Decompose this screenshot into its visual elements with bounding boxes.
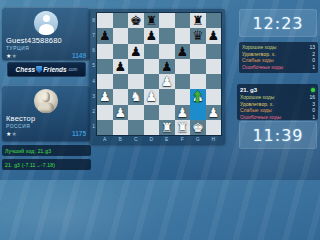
- piece-black-pawn: ♟: [99, 28, 111, 43]
- file-label-a: A: [97, 136, 113, 143]
- piece-white-pawn: ♟: [161, 74, 173, 89]
- piece-black-queen: ♛: [192, 28, 204, 43]
- weak-moves-value: 0: [312, 57, 315, 63]
- square-e8[interactable]: [159, 13, 175, 28]
- square-f3[interactable]: [175, 89, 191, 104]
- eval-text: 21. g3 (-7.11→-7.18): [5, 162, 55, 168]
- square-b8[interactable]: [113, 13, 129, 28]
- square-g1[interactable]: ♚: [190, 120, 206, 135]
- weak-moves-label: Слабые ходы: [240, 107, 272, 113]
- square-f2[interactable]: ♟: [175, 105, 191, 120]
- move-panel: 21. g3 Хорошие ходы 16 Удовлетвор. х. 3 …: [237, 84, 318, 120]
- piece-white-pawn: ♟: [114, 105, 126, 120]
- good-moves-label: Хорошие ходы: [240, 94, 274, 100]
- satisfactory-moves-label: Удовлетвор. х.: [240, 101, 274, 107]
- square-d5[interactable]: [144, 59, 160, 74]
- square-d1[interactable]: [144, 120, 160, 135]
- square-a3[interactable]: ♟: [97, 89, 113, 104]
- top-player-rating: 1149: [72, 52, 86, 59]
- piece-black-rook: ♜: [145, 13, 157, 28]
- square-b4[interactable]: [113, 74, 129, 89]
- piece-white-rook: ♜: [161, 120, 173, 135]
- error-moves-value: 1: [312, 64, 315, 70]
- error-moves-value: 1: [312, 114, 315, 120]
- piece-white-pawn: ♟: [99, 89, 111, 104]
- best-move-panel: Лучший ход: 21.g3: [2, 145, 91, 156]
- square-c6[interactable]: ♟: [128, 44, 144, 59]
- square-c2[interactable]: [128, 105, 144, 120]
- square-e2[interactable]: [159, 105, 175, 120]
- square-c3[interactable]: ♞: [128, 89, 144, 104]
- file-label-g: G: [190, 136, 206, 143]
- square-g7[interactable]: ♛: [190, 28, 206, 43]
- square-a1[interactable]: [97, 120, 113, 135]
- square-c4[interactable]: [128, 74, 144, 89]
- square-d8[interactable]: ♜: [144, 13, 160, 28]
- shield-icon: [36, 66, 42, 73]
- square-h3[interactable]: [206, 89, 222, 104]
- star-icon: ★: [11, 131, 16, 137]
- piece-white-king: ♚: [192, 120, 204, 135]
- square-a2[interactable]: [97, 105, 113, 120]
- top-player-avatar: [34, 11, 58, 35]
- statue-icon: [42, 92, 50, 102]
- square-h4[interactable]: [206, 74, 222, 89]
- square-g2[interactable]: [190, 105, 206, 120]
- piece-black-pawn: ♟: [114, 59, 126, 74]
- square-g8[interactable]: ♜: [190, 13, 206, 28]
- weak-moves-value: 0: [312, 107, 315, 113]
- piece-black-pawn: ♟: [207, 28, 219, 43]
- square-e5[interactable]: ♟: [159, 59, 175, 74]
- square-f8[interactable]: [175, 13, 191, 28]
- chess-friends-logo[interactable]: Chess Friends .com: [7, 62, 86, 77]
- square-b2[interactable]: ♟: [113, 105, 129, 120]
- square-c5[interactable]: [128, 59, 144, 74]
- piece-white-pawn: ♟: [207, 105, 219, 120]
- bottom-player-clock: 11:39: [239, 121, 317, 149]
- piece-white-knight: ♞: [130, 89, 142, 104]
- piece-black-pawn: ♟: [145, 28, 157, 43]
- piece-white-pawn: ♟: [176, 105, 188, 120]
- piece-black-pawn: ♟: [176, 44, 188, 59]
- square-b6[interactable]: [113, 44, 129, 59]
- top-player-country: ТУРЦИЯ: [6, 46, 86, 51]
- top-player-card: Guest43588680 ТУРЦИЯ ★★ 1149: [2, 7, 90, 60]
- file-label-e: E: [159, 136, 175, 143]
- piece-black-pawn: ♟: [130, 44, 142, 59]
- satisfactory-moves-value: 3: [312, 101, 315, 107]
- bottom-player-rating: 1175: [72, 130, 86, 137]
- square-h8[interactable]: [206, 13, 222, 28]
- square-h5[interactable]: [206, 59, 222, 74]
- bottom-clock-time: 11:39: [252, 126, 303, 145]
- square-a5[interactable]: [97, 59, 113, 74]
- error-moves-label: Ошибочные ходы: [242, 64, 283, 70]
- chess-board-area: 87654321 ♚♜♜♟♟♛♟♟♟♟♟♟♟♞♟♟♟♟♟♜♜♚ ABCDEFGH: [89, 9, 225, 144]
- piece-white-pawn: ♟: [145, 89, 157, 104]
- square-d4[interactable]: [144, 74, 160, 89]
- chess-board: ♚♜♜♟♟♛♟♟♟♟♟♟♟♞♟♟♟♟♟♜♜♚: [96, 12, 222, 136]
- statue-icon: [38, 102, 54, 113]
- rank-stars: ★★: [6, 53, 17, 59]
- top-player-name[interactable]: Guest43588680: [6, 36, 86, 45]
- square-g6[interactable]: [190, 44, 206, 59]
- file-label-c: C: [128, 136, 144, 143]
- square-b1[interactable]: [113, 120, 129, 135]
- weak-moves-label: Слабые ходы: [242, 57, 274, 63]
- square-h6[interactable]: [206, 44, 222, 59]
- move-quality-dot-icon: [311, 88, 315, 92]
- eval-panel: 21. g3 (-7.11→-7.18): [2, 159, 91, 170]
- square-d2[interactable]: [144, 105, 160, 120]
- bottom-player-card: Квестор РОССИЯ ★★ 1175: [2, 85, 90, 141]
- stats-row-errors: Ошибочные ходы 1: [240, 114, 315, 121]
- square-g4[interactable]: [190, 74, 206, 89]
- square-a8[interactable]: [97, 13, 113, 28]
- square-g5[interactable]: [190, 59, 206, 74]
- good-moves-value: 13: [309, 44, 315, 50]
- square-f1[interactable]: ♜: [175, 120, 191, 135]
- piece-white-rook: ♜: [176, 120, 188, 135]
- file-label-d: D: [144, 136, 160, 143]
- piece-black-king: ♚: [130, 13, 142, 28]
- error-moves-label: Ошибочные ходы: [240, 114, 281, 120]
- square-c1[interactable]: [128, 120, 144, 135]
- square-f6[interactable]: ♟: [175, 44, 191, 59]
- square-f4[interactable]: [175, 74, 191, 89]
- square-f7[interactable]: [175, 28, 191, 43]
- logo-text-left: Chess: [16, 66, 36, 73]
- square-h2[interactable]: ♟: [206, 105, 222, 120]
- file-label-b: B: [113, 136, 129, 143]
- square-f5[interactable]: [175, 59, 191, 74]
- bottom-player-name[interactable]: Квестор: [6, 114, 86, 123]
- best-move-text: Лучший ход: 21.g3: [5, 148, 51, 154]
- top-player-stats-panel: Хорошие ходы 13 Удовлетвор. х. 2 Слабые …: [239, 42, 318, 73]
- good-moves-label: Хорошие ходы: [242, 44, 276, 50]
- top-clock-time: 12:23: [252, 14, 303, 33]
- square-b7[interactable]: [113, 28, 129, 43]
- piece-black-pawn: ♟: [161, 59, 173, 74]
- square-d7[interactable]: ♟: [144, 28, 160, 43]
- rank-stars: ★★: [6, 131, 17, 137]
- satisfactory-moves-value: 2: [312, 51, 315, 57]
- square-c8[interactable]: ♚: [128, 13, 144, 28]
- square-e6[interactable]: [159, 44, 175, 59]
- file-label-f: F: [175, 136, 191, 143]
- square-h1[interactable]: [206, 120, 222, 135]
- file-labels: ABCDEFGH: [97, 136, 222, 143]
- square-e1[interactable]: ♜: [159, 120, 175, 135]
- square-h7[interactable]: ♟: [206, 28, 222, 43]
- square-b3[interactable]: [113, 89, 129, 104]
- top-player-clock: 12:23: [239, 9, 317, 37]
- square-b5[interactable]: ♟: [113, 59, 129, 74]
- star-icon: ★: [11, 53, 16, 59]
- square-a4[interactable]: [97, 74, 113, 89]
- square-a6[interactable]: [97, 44, 113, 59]
- square-a7[interactable]: ♟: [97, 28, 113, 43]
- last-move-row: 21. g3: [240, 86, 315, 94]
- square-d3[interactable]: ♟: [144, 89, 160, 104]
- file-label-h: H: [206, 136, 222, 143]
- square-e3[interactable]: [159, 89, 175, 104]
- person-icon: [43, 15, 50, 22]
- best-move-arrow-icon: [193, 90, 202, 103]
- stats-row-errors: Ошибочные ходы 1: [242, 64, 315, 71]
- square-d6[interactable]: [144, 44, 160, 59]
- square-e4[interactable]: ♟: [159, 74, 175, 89]
- last-move-label: 21. g3: [240, 87, 257, 93]
- square-g3[interactable]: ♟: [190, 89, 206, 104]
- logo-suffix: .com: [68, 67, 78, 72]
- logo-text-right: Friends: [43, 66, 66, 73]
- bottom-player-country: РОССИЯ: [6, 124, 86, 129]
- square-e7[interactable]: [159, 28, 175, 43]
- piece-black-rook: ♜: [192, 13, 204, 28]
- bottom-player-avatar: [34, 89, 58, 113]
- good-moves-value: 16: [309, 94, 315, 100]
- square-c7[interactable]: [128, 28, 144, 43]
- person-icon: [39, 24, 54, 36]
- satisfactory-moves-label: Удовлетвор. х.: [242, 51, 276, 57]
